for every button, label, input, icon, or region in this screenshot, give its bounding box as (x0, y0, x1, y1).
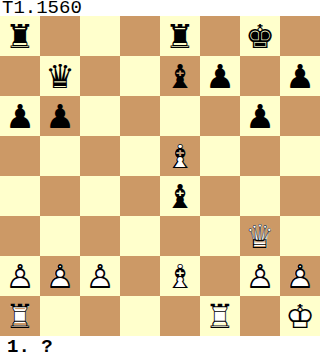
move-prompt: 1. ? (0, 336, 320, 360)
piece-white-pawn[interactable]: ♟♙ (0, 256, 40, 296)
square-h8[interactable] (280, 16, 320, 56)
square-g1[interactable] (240, 296, 280, 336)
square-g8[interactable]: ♚ (240, 16, 280, 56)
square-c2[interactable]: ♟♙ (80, 256, 120, 296)
square-g2[interactable]: ♟♙ (240, 256, 280, 296)
piece-white-pawn[interactable]: ♟♙ (80, 256, 120, 296)
chess-board: ♜♜♚♛♝♟♟♟♟♟♝♗♝♛♕♟♙♟♙♟♙♝♗♟♙♟♙♜♖♜♖♚♔ (0, 16, 320, 336)
square-d1[interactable] (120, 296, 160, 336)
square-e3[interactable] (160, 216, 200, 256)
square-e6[interactable] (160, 96, 200, 136)
piece-black-bishop[interactable]: ♝ (160, 176, 200, 216)
square-b4[interactable] (40, 176, 80, 216)
piece-glyph-outline: ♔ (280, 296, 320, 336)
piece-black-king[interactable]: ♚ (240, 16, 280, 56)
square-h7[interactable]: ♟ (280, 56, 320, 96)
square-g4[interactable] (240, 176, 280, 216)
square-d4[interactable] (120, 176, 160, 216)
square-e5[interactable]: ♝♗ (160, 136, 200, 176)
square-h4[interactable] (280, 176, 320, 216)
piece-black-pawn[interactable]: ♟ (0, 96, 40, 136)
square-e4[interactable]: ♝ (160, 176, 200, 216)
piece-glyph-fill: ♟ (200, 56, 240, 96)
square-g6[interactable]: ♟ (240, 96, 280, 136)
square-h3[interactable] (280, 216, 320, 256)
square-c3[interactable] (80, 216, 120, 256)
square-f8[interactable] (200, 16, 240, 56)
square-c5[interactable] (80, 136, 120, 176)
piece-white-pawn[interactable]: ♟♙ (240, 256, 280, 296)
square-d8[interactable] (120, 16, 160, 56)
piece-black-bishop[interactable]: ♝ (160, 56, 200, 96)
piece-glyph-outline: ♙ (280, 256, 320, 296)
square-f3[interactable] (200, 216, 240, 256)
piece-glyph-outline: ♗ (160, 256, 200, 296)
square-b6[interactable]: ♟ (40, 96, 80, 136)
piece-glyph-fill: ♝ (160, 56, 200, 96)
square-f2[interactable] (200, 256, 240, 296)
square-b7[interactable]: ♛ (40, 56, 80, 96)
piece-glyph-fill: ♝ (160, 176, 200, 216)
piece-glyph-outline: ♙ (80, 256, 120, 296)
piece-glyph-outline: ♙ (40, 256, 80, 296)
square-a4[interactable] (0, 176, 40, 216)
piece-white-rook[interactable]: ♜♖ (0, 296, 40, 336)
square-a1[interactable]: ♜♖ (0, 296, 40, 336)
square-a8[interactable]: ♜ (0, 16, 40, 56)
square-g7[interactable] (240, 56, 280, 96)
square-h6[interactable] (280, 96, 320, 136)
piece-glyph-outline: ♕ (240, 216, 280, 256)
square-d3[interactable] (120, 216, 160, 256)
piece-glyph-outline: ♖ (200, 296, 240, 336)
piece-white-king[interactable]: ♚♔ (280, 296, 320, 336)
square-b1[interactable] (40, 296, 80, 336)
square-a5[interactable] (0, 136, 40, 176)
chess-diagram-page: T1.1560 ♜♜♚♛♝♟♟♟♟♟♝♗♝♛♕♟♙♟♙♟♙♝♗♟♙♟♙♜♖♜♖♚… (0, 0, 320, 360)
piece-glyph-fill: ♟ (40, 96, 80, 136)
piece-glyph-fill: ♟ (280, 56, 320, 96)
piece-glyph-outline: ♙ (0, 256, 40, 296)
piece-glyph-outline: ♙ (240, 256, 280, 296)
piece-glyph-fill: ♟ (0, 96, 40, 136)
piece-glyph-fill: ♜ (160, 16, 200, 56)
piece-black-queen[interactable]: ♛ (40, 56, 80, 96)
piece-glyph-outline: ♗ (160, 136, 200, 176)
piece-black-pawn[interactable]: ♟ (240, 96, 280, 136)
piece-glyph-fill: ♚ (240, 16, 280, 56)
square-a2[interactable]: ♟♙ (0, 256, 40, 296)
square-a3[interactable] (0, 216, 40, 256)
piece-black-rook[interactable]: ♜ (0, 16, 40, 56)
piece-glyph-fill: ♟ (240, 96, 280, 136)
square-h5[interactable] (280, 136, 320, 176)
piece-white-pawn[interactable]: ♟♙ (280, 256, 320, 296)
square-b8[interactable] (40, 16, 80, 56)
piece-glyph-fill: ♛ (40, 56, 80, 96)
square-f4[interactable] (200, 176, 240, 216)
piece-glyph-outline: ♖ (0, 296, 40, 336)
square-f6[interactable] (200, 96, 240, 136)
square-f5[interactable] (200, 136, 240, 176)
piece-black-pawn[interactable]: ♟ (200, 56, 240, 96)
square-d6[interactable] (120, 96, 160, 136)
piece-white-queen[interactable]: ♛♕ (240, 216, 280, 256)
square-a7[interactable] (0, 56, 40, 96)
piece-white-bishop[interactable]: ♝♗ (160, 136, 200, 176)
square-a6[interactable]: ♟ (0, 96, 40, 136)
square-h2[interactable]: ♟♙ (280, 256, 320, 296)
square-b5[interactable] (40, 136, 80, 176)
piece-black-rook[interactable]: ♜ (160, 16, 200, 56)
square-e7[interactable]: ♝ (160, 56, 200, 96)
puzzle-title: T1.1560 (0, 0, 320, 16)
piece-glyph-fill: ♜ (0, 16, 40, 56)
square-d2[interactable] (120, 256, 160, 296)
square-e2[interactable]: ♝♗ (160, 256, 200, 296)
square-d5[interactable] (120, 136, 160, 176)
square-c4[interactable] (80, 176, 120, 216)
square-f7[interactable]: ♟ (200, 56, 240, 96)
piece-white-pawn[interactable]: ♟♙ (40, 256, 80, 296)
square-g3[interactable]: ♛♕ (240, 216, 280, 256)
square-h1[interactable]: ♚♔ (280, 296, 320, 336)
square-c7[interactable] (80, 56, 120, 96)
square-d7[interactable] (120, 56, 160, 96)
square-c8[interactable] (80, 16, 120, 56)
square-f1[interactable]: ♜♖ (200, 296, 240, 336)
square-b2[interactable]: ♟♙ (40, 256, 80, 296)
piece-black-pawn[interactable]: ♟ (280, 56, 320, 96)
piece-white-bishop[interactable]: ♝♗ (160, 256, 200, 296)
square-c1[interactable] (80, 296, 120, 336)
square-e1[interactable] (160, 296, 200, 336)
square-c6[interactable] (80, 96, 120, 136)
square-e8[interactable]: ♜ (160, 16, 200, 56)
piece-white-rook[interactable]: ♜♖ (200, 296, 240, 336)
square-g5[interactable] (240, 136, 280, 176)
square-b3[interactable] (40, 216, 80, 256)
piece-black-pawn[interactable]: ♟ (40, 96, 80, 136)
